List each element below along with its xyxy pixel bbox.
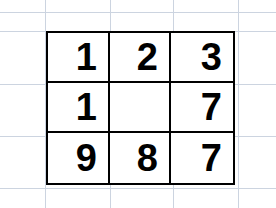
cell-r3c2[interactable]: 8 [110,133,171,183]
cell-r3c3[interactable]: 7 [171,133,233,183]
spreadsheet-background: 1 2 3 1 7 9 8 7 [0,0,276,208]
cell-r1c3[interactable]: 3 [171,33,233,83]
spreadsheet-gridline [0,12,276,13]
puzzle-grid: 1 2 3 1 7 9 8 7 [46,31,235,185]
spreadsheet-gridline [238,0,239,208]
cell-r2c3[interactable]: 7 [171,83,233,133]
cell-r3c1[interactable]: 9 [48,133,110,183]
spreadsheet-gridline [0,188,276,189]
cell-r2c1[interactable]: 1 [48,83,110,133]
cell-r2c2-empty[interactable] [110,83,171,133]
cell-r1c2[interactable]: 2 [110,33,171,83]
cell-r1c1[interactable]: 1 [48,33,110,83]
